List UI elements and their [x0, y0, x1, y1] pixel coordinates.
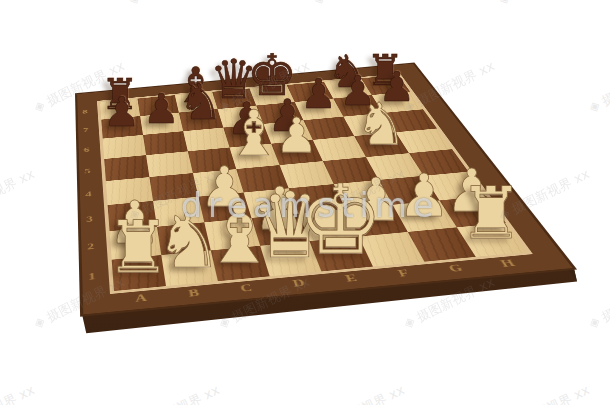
file-label-B: B	[167, 285, 222, 301]
rank-label-4: 4	[85, 182, 92, 207]
rank-label-6: 6	[83, 140, 90, 161]
watermark-tile: ◈ 摄图新视界 xx	[0, 381, 38, 405]
square-a1	[112, 255, 166, 291]
rank-label-7: 7	[83, 121, 89, 141]
file-label-A: A	[114, 290, 168, 306]
file-label-E: E	[323, 270, 380, 286]
rank-label-8: 8	[82, 103, 88, 121]
rank-label-3: 3	[86, 206, 94, 233]
rank-label-1: 1	[88, 261, 96, 293]
watermark-tile: ◈ 摄图新视界 xx	[126, 0, 223, 9]
watermark-tile: ◈ 摄图新视界 xx	[496, 0, 593, 9]
file-label-H: H	[478, 256, 537, 272]
watermark-tile: ◈ 摄图新视界 xx	[126, 381, 223, 405]
stock-photo-chess-scene: ABCDEFGH12345678 ♜♝♛♚♞♜♟♟♞♟♟♟♟♟♝♟♞♟♟♟♟♟♟…	[0, 0, 610, 405]
watermark-tile: ◈ 摄图新视界 xx	[0, 0, 38, 9]
rank-label-5: 5	[84, 160, 91, 183]
file-label-C: C	[219, 280, 275, 296]
file-label-D: D	[271, 275, 327, 291]
square-b1	[161, 250, 218, 286]
watermark-tile: ◈ 摄图新视界 xx	[496, 381, 593, 405]
file-label-G: G	[427, 261, 486, 277]
chess-board: ABCDEFGH12345678	[100, 75, 527, 291]
rank-label-2: 2	[87, 233, 95, 262]
watermark-tile: ◈ 摄图新视界 xx	[586, 273, 610, 332]
watermark-tile: ◈ 摄图新视界 xx	[586, 57, 610, 116]
watermark-tile: ◈ 摄图新视界 xx	[0, 165, 38, 224]
file-label-F: F	[375, 265, 433, 281]
watermark-tile: ◈ 摄图新视界 xx	[311, 0, 408, 9]
watermark-tile: ◈ 摄图新视界 xx	[311, 381, 408, 405]
